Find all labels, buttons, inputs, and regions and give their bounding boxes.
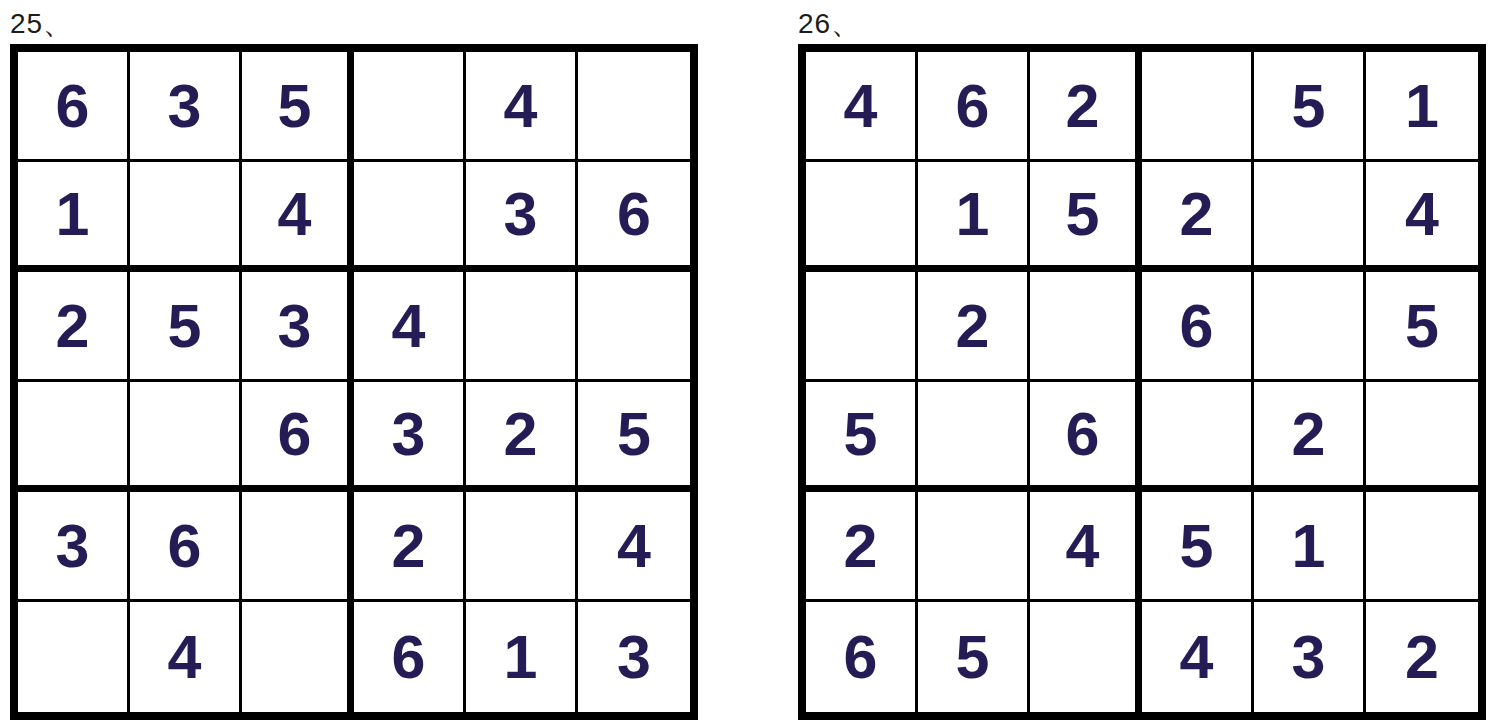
cell-r5c1[interactable]: 3 (18, 492, 130, 602)
cell-r2c2[interactable] (130, 162, 242, 272)
cell-r4c3[interactable]: 6 (242, 382, 354, 492)
cell-r1c2[interactable]: 6 (918, 52, 1030, 162)
cell-r6c4[interactable]: 4 (1142, 602, 1254, 712)
cell-r3c5[interactable] (1254, 272, 1366, 382)
cell-r3c4[interactable]: 6 (1142, 272, 1254, 382)
cell-r6c4[interactable]: 6 (354, 602, 466, 712)
cell-r6c3[interactable] (1030, 602, 1142, 712)
cell-r3c4[interactable]: 4 (354, 272, 466, 382)
cell-r5c5[interactable]: 1 (1254, 492, 1366, 602)
cell-r3c3[interactable]: 3 (242, 272, 354, 382)
cell-r1c6[interactable]: 1 (1366, 52, 1478, 162)
cell-r3c3[interactable] (1030, 272, 1142, 382)
cell-r4c1[interactable]: 5 (806, 382, 918, 492)
cell-r4c5[interactable]: 2 (466, 382, 578, 492)
cell-r5c3[interactable]: 4 (1030, 492, 1142, 602)
cell-r6c2[interactable]: 5 (918, 602, 1030, 712)
cell-r4c1[interactable] (18, 382, 130, 492)
cell-r6c6[interactable]: 3 (578, 602, 690, 712)
cell-r6c1[interactable] (18, 602, 130, 712)
cell-r2c6[interactable]: 4 (1366, 162, 1478, 272)
cell-r1c4[interactable] (354, 52, 466, 162)
cell-r1c3[interactable]: 2 (1030, 52, 1142, 162)
cell-r3c1[interactable] (806, 272, 918, 382)
cell-r1c5[interactable]: 5 (1254, 52, 1366, 162)
cell-r1c1[interactable]: 6 (18, 52, 130, 162)
cell-r4c4[interactable] (1142, 382, 1254, 492)
cell-r3c5[interactable] (466, 272, 578, 382)
cell-r2c1[interactable] (806, 162, 918, 272)
cell-r2c4[interactable] (354, 162, 466, 272)
cell-r1c4[interactable] (1142, 52, 1254, 162)
puzzle-25-label: 25、 (10, 4, 698, 44)
cell-r5c3[interactable] (242, 492, 354, 602)
puzzle-26-label: 26、 (798, 4, 1486, 44)
cell-r1c2[interactable]: 3 (130, 52, 242, 162)
cell-r6c3[interactable] (242, 602, 354, 712)
cell-r3c2[interactable]: 5 (130, 272, 242, 382)
cell-r6c6[interactable]: 2 (1366, 602, 1478, 712)
cell-r1c5[interactable]: 4 (466, 52, 578, 162)
cell-r2c5[interactable]: 3 (466, 162, 578, 272)
cell-r3c6[interactable]: 5 (1366, 272, 1478, 382)
cell-r3c1[interactable]: 2 (18, 272, 130, 382)
cell-r5c1[interactable]: 2 (806, 492, 918, 602)
cell-r2c3[interactable]: 5 (1030, 162, 1142, 272)
cell-r1c1[interactable]: 4 (806, 52, 918, 162)
cell-r2c6[interactable]: 6 (578, 162, 690, 272)
cell-r4c6[interactable]: 5 (578, 382, 690, 492)
cell-r2c4[interactable]: 2 (1142, 162, 1254, 272)
cell-r2c5[interactable] (1254, 162, 1366, 272)
cell-r6c5[interactable]: 3 (1254, 602, 1366, 712)
cell-r1c6[interactable] (578, 52, 690, 162)
cell-r6c1[interactable]: 6 (806, 602, 918, 712)
cell-r5c2[interactable] (918, 492, 1030, 602)
sudoku-board-25: 635414362534632536244613 (10, 44, 698, 720)
cell-r4c2[interactable] (130, 382, 242, 492)
puzzle-25: 25、 635414362534632536244613 (10, 4, 698, 720)
cell-r1c3[interactable]: 5 (242, 52, 354, 162)
cell-r5c5[interactable] (466, 492, 578, 602)
cell-r4c2[interactable] (918, 382, 1030, 492)
cell-r5c6[interactable] (1366, 492, 1478, 602)
cell-r6c5[interactable]: 1 (466, 602, 578, 712)
cell-r2c3[interactable]: 4 (242, 162, 354, 272)
cell-r5c4[interactable]: 2 (354, 492, 466, 602)
cell-r3c6[interactable] (578, 272, 690, 382)
cell-r5c6[interactable]: 4 (578, 492, 690, 602)
cell-r2c1[interactable]: 1 (18, 162, 130, 272)
sudoku-board-26: 462511524265562245165432 (798, 44, 1486, 720)
cell-r4c3[interactable]: 6 (1030, 382, 1142, 492)
cell-r6c2[interactable]: 4 (130, 602, 242, 712)
cell-r4c4[interactable]: 3 (354, 382, 466, 492)
cell-r5c2[interactable]: 6 (130, 492, 242, 602)
cell-r5c4[interactable]: 5 (1142, 492, 1254, 602)
cell-r4c5[interactable]: 2 (1254, 382, 1366, 492)
cell-r2c2[interactable]: 1 (918, 162, 1030, 272)
puzzle-26: 26、 462511524265562245165432 (798, 4, 1486, 720)
cell-r3c2[interactable]: 2 (918, 272, 1030, 382)
cell-r4c6[interactable] (1366, 382, 1478, 492)
